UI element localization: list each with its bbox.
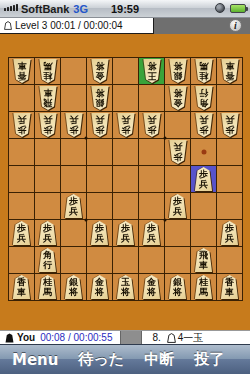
cell-1a[interactable]: 香車 [217,58,242,84]
cell-3h[interactable] [165,247,190,273]
sente-knight-piece: 桂馬 [194,275,214,299]
cell-9g[interactable]: 歩兵 [9,220,34,246]
cell-3c[interactable] [165,112,190,138]
alarm-clock-icon [215,3,225,13]
cell-7i[interactable]: 銀将 [61,274,86,300]
cell-7f[interactable]: 歩兵 [61,193,86,219]
cell-7g[interactable] [61,220,86,246]
cell-4f[interactable] [139,193,164,219]
sente-pawn-piece: 歩兵 [168,194,188,218]
cell-9f[interactable] [9,193,34,219]
cell-2i[interactable]: 桂馬 [191,274,216,300]
cell-6d[interactable] [87,139,112,165]
cell-3a[interactable]: 銀将 [165,58,190,84]
sente-knight-piece: 桂馬 [38,275,58,299]
move-number: 8. [152,332,160,343]
cell-2a[interactable]: 桂馬 [191,58,216,84]
cell-4c[interactable]: 歩兵 [139,112,164,138]
shogi-board: 香車桂馬金将王将銀将桂馬香車飛車銀将金将角行歩兵歩兵歩兵歩兵歩兵歩兵歩兵歩兵歩兵… [8,57,243,301]
hoshi-dot [85,218,88,221]
gote-knight-piece: 桂馬 [38,59,58,83]
cell-6f[interactable] [87,193,112,219]
cell-4h[interactable] [139,247,164,273]
sente-rook-piece: 飛車 [194,248,214,272]
board-margin-area: 香車桂馬金将王将銀将桂馬香車飛車銀将金将角行歩兵歩兵歩兵歩兵歩兵歩兵歩兵歩兵歩兵… [0,34,250,330]
sente-pawn-piece: 歩兵 [220,221,240,245]
cell-3i[interactable]: 銀将 [165,274,190,300]
info-button[interactable]: i [229,19,242,32]
player-name: You [17,332,35,343]
cell-4b[interactable] [139,85,164,111]
engine-level-box: Level 3 00:01 / 00:00:04 [0,18,154,34]
gote-king-piece: 王将 [142,59,162,83]
gote-piece-icon [4,21,12,30]
gote-pawn-piece: 歩兵 [38,113,58,137]
gote-gold-piece: 金将 [168,86,188,110]
ios-status-bar: SoftBank 3G 19:59 [0,0,250,18]
cell-5i[interactable]: 玉将 [113,274,138,300]
sente-lance-piece: 香車 [12,275,32,299]
gote-pawn-piece: 歩兵 [90,113,110,137]
cell-3d[interactable]: 歩兵 [165,139,190,165]
cell-2f[interactable] [191,193,216,219]
cell-5g[interactable]: 歩兵 [113,220,138,246]
gote-pawn-piece: 歩兵 [220,113,240,137]
gote-silver-piece: 銀将 [90,86,110,110]
sente-pawn-piece: 歩兵 [90,221,110,245]
cell-6a[interactable]: 金将 [87,58,112,84]
gote-rook-piece: 飛車 [38,86,58,110]
gote-lance-piece: 香車 [220,59,240,83]
cell-8g[interactable]: 歩兵 [35,220,60,246]
gote-silver-piece: 銀将 [168,59,188,83]
cell-2b[interactable]: 角行 [191,85,216,111]
gote-piece-icon [167,333,176,343]
cell-9a[interactable]: 香車 [9,58,34,84]
cell-5a[interactable] [113,58,138,84]
cell-5c[interactable]: 歩兵 [113,112,138,138]
cell-9i[interactable]: 香車 [9,274,34,300]
sente-pawn-piece: 歩兵 [142,221,162,245]
cell-1d[interactable] [217,139,242,165]
cell-6h[interactable] [87,247,112,273]
gote-pawn-piece: 歩兵 [194,113,214,137]
gote-bishop-piece: 角行 [194,86,214,110]
sente-pawn-piece: 歩兵 [64,194,84,218]
cell-8d[interactable] [35,139,60,165]
shogi-app-screen: SoftBank 3G 19:59 Level 3 00:01 / 00:00:… [0,0,250,374]
engine-level-bar: Level 3 00:01 / 00:00:04 i [0,18,250,34]
cell-8i[interactable]: 桂馬 [35,274,60,300]
hoshi-dot [163,218,166,221]
gote-lance-piece: 香車 [12,59,32,83]
cell-8b[interactable]: 飛車 [35,85,60,111]
menu-button[interactable]: Menu [12,351,58,369]
gote-pawn-piece: 歩兵 [168,140,188,164]
cell-7h[interactable] [61,247,86,273]
cell-2e[interactable]: 歩兵 [191,166,216,192]
cell-1f[interactable] [217,193,242,219]
cell-3g[interactable] [165,220,190,246]
cell-1e[interactable] [217,166,242,192]
resign-button[interactable]: 投了 [194,350,224,369]
cell-8f[interactable] [35,193,60,219]
cell-4e[interactable] [139,166,164,192]
cell-8h[interactable]: 角行 [35,247,60,273]
sente-pawn-piece: 歩兵 [116,221,136,245]
cell-7a[interactable] [61,58,86,84]
cell-1g[interactable]: 歩兵 [217,220,242,246]
cell-8e[interactable] [35,166,60,192]
cell-9d[interactable] [9,139,34,165]
cell-3f[interactable]: 歩兵 [165,193,190,219]
undo-button[interactable]: 待った [78,350,124,369]
sente-piece-icon [5,333,14,343]
hoshi-dot [163,137,166,140]
divider-block [120,331,142,345]
sente-pawn-piece: 歩兵 [38,221,58,245]
hoshi-dot [85,137,88,140]
cell-4i[interactable]: 金将 [139,274,164,300]
cell-2g[interactable] [191,220,216,246]
cell-6e[interactable] [87,166,112,192]
sente-silver-piece: 銀将 [168,275,188,299]
pause-button[interactable]: 中断 [144,350,174,369]
marker-dot-2d [201,149,206,154]
cell-2c[interactable]: 歩兵 [191,112,216,138]
gote-knight-piece: 桂馬 [194,59,214,83]
engine-level-label: Level 3 [15,20,47,31]
cell-6i[interactable]: 金将 [87,274,112,300]
engine-clock: 00:01 / 00:00:04 [50,20,122,31]
sente-pawn-piece: 歩兵 [12,221,32,245]
cell-5f[interactable] [113,193,138,219]
sente-silver-piece: 銀将 [64,275,84,299]
cell-6c[interactable]: 歩兵 [87,112,112,138]
sente-king-piece: 玉将 [116,275,136,299]
cell-4a[interactable]: 王将 [139,58,164,84]
cell-7d[interactable] [61,139,86,165]
cell-3e[interactable] [165,166,190,192]
statusbar-clock: 19:59 [0,3,250,15]
cell-1b[interactable] [217,85,242,111]
cell-9h[interactable] [9,247,34,273]
cell-8a[interactable]: 桂馬 [35,58,60,84]
cell-4d[interactable] [139,139,164,165]
cell-7c[interactable]: 歩兵 [61,112,86,138]
cell-4g[interactable]: 歩兵 [139,220,164,246]
gote-pawn-piece: 歩兵 [116,113,136,137]
gote-gold-piece: 金将 [90,59,110,83]
cell-5b[interactable] [113,85,138,111]
bottom-toolbar: Menu 待った 中断 投了 [0,344,250,374]
sente-bishop-piece: 角行 [38,248,58,272]
last-move-text: 4一玉 [178,331,204,345]
sente-pawn-piece: 歩兵 [194,167,214,191]
move-status-bar: You 00:08 / 00:00:55 8. 4一玉 [0,330,250,344]
player-clock: 00:08 / 00:00:55 [40,332,112,343]
battery-icon [230,4,246,13]
gote-pawn-piece: 歩兵 [64,113,84,137]
cell-8c[interactable]: 歩兵 [35,112,60,138]
cell-5d[interactable] [113,139,138,165]
cell-9c[interactable]: 歩兵 [9,112,34,138]
cell-6g[interactable]: 歩兵 [87,220,112,246]
sente-gold-piece: 金将 [142,275,162,299]
cell-9e[interactable] [9,166,34,192]
cell-9b[interactable] [9,85,34,111]
cell-1h[interactable] [217,247,242,273]
cell-6b[interactable]: 銀将 [87,85,112,111]
sente-lance-piece: 香車 [220,275,240,299]
cell-1i[interactable]: 香車 [217,274,242,300]
cell-3b[interactable]: 金将 [165,85,190,111]
gote-pawn-piece: 歩兵 [12,113,32,137]
cell-2h[interactable]: 飛車 [191,247,216,273]
cell-1c[interactable]: 歩兵 [217,112,242,138]
sente-gold-piece: 金将 [90,275,110,299]
gote-pawn-piece: 歩兵 [142,113,162,137]
cell-5e[interactable] [113,166,138,192]
cell-7e[interactable] [61,166,86,192]
cell-5h[interactable] [113,247,138,273]
cell-7b[interactable] [61,85,86,111]
